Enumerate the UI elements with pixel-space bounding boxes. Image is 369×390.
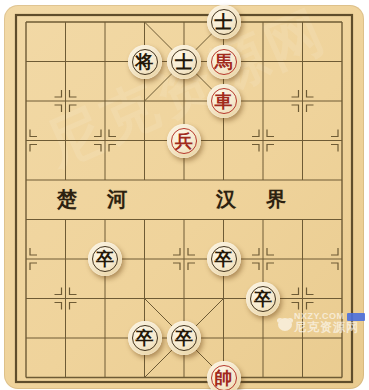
piece-red-chariot[interactable]: 車 — [207, 84, 241, 118]
piece-glyph: 卒 — [211, 246, 237, 272]
pieces-layer: 士将士馬車兵卒卒卒卒帥卒 — [6, 2, 362, 390]
piece-glyph: 士 — [171, 49, 197, 75]
xiangqi-screenshot: 尼克资源网 楚河 汉界 士将士馬車兵卒卒卒卒帥卒 NXZY.COM 尼克资源网 — [0, 0, 369, 390]
piece-glyph: 卒 — [132, 325, 158, 351]
piece-black-soldier[interactable]: 卒 — [207, 242, 241, 276]
piece-black-advisor[interactable]: 士 — [167, 45, 201, 79]
piece-glyph: 馬 — [211, 49, 237, 75]
piece-black-advisor[interactable]: 士 — [207, 5, 241, 39]
piece-red-general[interactable]: 帥 — [207, 361, 241, 390]
piece-glyph: 卒 — [92, 246, 118, 272]
piece-black-soldier[interactable]: 卒 — [246, 282, 280, 316]
piece-black-soldier[interactable]: 卒 — [167, 321, 201, 355]
piece-glyph: 帥 — [211, 365, 237, 390]
piece-glyph: 卒 — [171, 325, 197, 351]
piece-red-soldier[interactable]: 兵 — [167, 124, 201, 158]
piece-black-general[interactable]: 将 — [128, 45, 162, 79]
piece-black-soldier[interactable]: 卒 — [128, 321, 162, 355]
piece-glyph: 将 — [132, 49, 158, 75]
piece-black-soldier[interactable]: 卒 — [88, 242, 122, 276]
piece-glyph: 車 — [211, 88, 237, 114]
piece-red-horse[interactable]: 馬 — [207, 45, 241, 79]
piece-glyph: 士 — [211, 9, 237, 35]
piece-glyph: 卒 — [250, 286, 276, 312]
piece-glyph: 兵 — [171, 128, 197, 154]
